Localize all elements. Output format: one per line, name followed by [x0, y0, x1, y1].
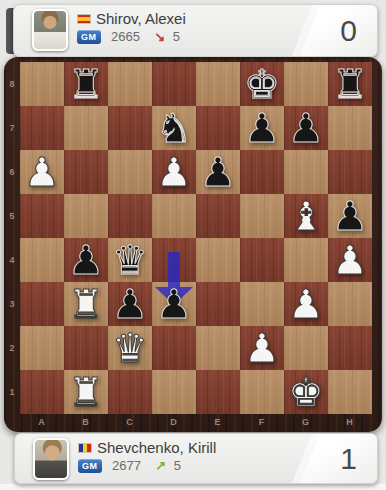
cell-b4: ♟ [64, 238, 108, 282]
player-rating-top: 2665 [111, 30, 140, 44]
cell-d4 [152, 238, 196, 282]
cell-f4 [240, 238, 284, 282]
broadcast-game-view: { "game": "chess", "players": { "top": {… [0, 0, 386, 490]
piece-white-rook[interactable]: ♜ [64, 282, 108, 326]
rating-trend-down-icon: ↘ [154, 30, 165, 44]
player-rating-row-top: GM 2665 ↘ 5 [77, 30, 180, 46]
file-label-a: A [20, 415, 64, 429]
rating-trend-up-icon: ↗ [155, 459, 166, 473]
piece-black-pawn[interactable]: ♟ [284, 106, 328, 150]
cell-b1: ♜ [64, 370, 108, 414]
rank-label-1: 1 [4, 370, 20, 414]
file-labels: ABCDEFGH [20, 415, 372, 429]
cell-d3: ♟ [152, 282, 196, 326]
cell-e5 [196, 194, 240, 238]
cell-e2 [196, 326, 240, 370]
cell-b5 [64, 194, 108, 238]
cell-f2: ♟ [240, 326, 284, 370]
cell-f6 [240, 150, 284, 194]
cell-e3 [196, 282, 240, 326]
cell-a1 [20, 370, 64, 414]
cell-h2 [328, 326, 372, 370]
piece-black-pawn[interactable]: ♟ [196, 150, 240, 194]
rating-change-top: 5 [173, 30, 180, 44]
piece-black-king[interactable]: ♚ [240, 62, 284, 106]
player-score-bottom: 1 [340, 434, 357, 483]
cell-e7 [196, 106, 240, 150]
cell-a7 [20, 106, 64, 150]
rank-label-8: 8 [4, 62, 20, 106]
file-label-f: F [240, 415, 284, 429]
cell-d6: ♟ [152, 150, 196, 194]
player-bar-top: Shirov, Alexei GM 2665 ↘ 5 0 [13, 4, 378, 57]
cell-f5 [240, 194, 284, 238]
rank-label-5: 5 [4, 194, 20, 238]
cell-b2 [64, 326, 108, 370]
piece-white-pawn[interactable]: ♟ [152, 150, 196, 194]
romania-flag-icon [78, 443, 92, 453]
piece-black-pawn[interactable]: ♟ [328, 194, 372, 238]
cell-b3: ♜ [64, 282, 108, 326]
cell-a4 [20, 238, 64, 282]
cell-c4: ♛ [108, 238, 152, 282]
piece-black-knight[interactable]: ♞ [152, 106, 196, 150]
file-label-c: C [108, 415, 152, 429]
cell-c8 [108, 62, 152, 106]
cell-f7: ♟ [240, 106, 284, 150]
player-name-top: Shirov, Alexei [96, 10, 186, 27]
cell-c7 [108, 106, 152, 150]
file-label-b: B [64, 415, 108, 429]
cell-g4 [284, 238, 328, 282]
cell-f8: ♚ [240, 62, 284, 106]
rank-label-4: 4 [4, 238, 20, 282]
piece-white-pawn[interactable]: ♟ [20, 150, 64, 194]
spain-flag-icon [77, 14, 91, 24]
cell-d2 [152, 326, 196, 370]
piece-white-king[interactable]: ♚ [284, 370, 328, 414]
piece-white-pawn[interactable]: ♟ [284, 282, 328, 326]
cell-f1 [240, 370, 284, 414]
cell-e4 [196, 238, 240, 282]
piece-white-rook[interactable]: ♜ [64, 370, 108, 414]
cell-e6: ♟ [196, 150, 240, 194]
piece-black-pawn[interactable]: ♟ [240, 106, 284, 150]
piece-black-pawn[interactable]: ♟ [64, 238, 108, 282]
cell-b6 [64, 150, 108, 194]
cell-c6 [108, 150, 152, 194]
piece-black-queen[interactable]: ♛ [108, 238, 152, 282]
pieces-layer: ♜♚♜♞♟♟♟♟♟♝♟♟♛♟♜♟♟♟♛♟♜♚ [20, 62, 372, 414]
cell-g8 [284, 62, 328, 106]
cell-g2 [284, 326, 328, 370]
rank-label-6: 6 [4, 150, 20, 194]
file-label-h: H [328, 415, 372, 429]
file-label-e: E [196, 415, 240, 429]
cell-h4: ♟ [328, 238, 372, 282]
cell-h7 [328, 106, 372, 150]
piece-white-pawn[interactable]: ♟ [328, 238, 372, 282]
piece-white-bishop[interactable]: ♝ [284, 194, 328, 238]
cell-d7: ♞ [152, 106, 196, 150]
page-bottom-strip [0, 484, 386, 490]
piece-black-rook[interactable]: ♜ [64, 62, 108, 106]
piece-white-pawn[interactable]: ♟ [240, 326, 284, 370]
player-bar-bottom: Shevchenko, Kirill GM 2677 ↗ 5 1 [14, 433, 378, 484]
cell-h8: ♜ [328, 62, 372, 106]
file-label-d: D [152, 415, 196, 429]
cell-c5 [108, 194, 152, 238]
piece-black-pawn[interactable]: ♟ [152, 282, 196, 326]
chess-board[interactable]: 87654321 ♜♚♜♞♟♟♟♟♟♝♟♟♛♟♜♟♟♟♛♟♜♚ ABCDEFGH [4, 57, 382, 432]
file-label-g: G [284, 415, 328, 429]
score-wrap-bottom: 1 [291, 434, 377, 483]
cell-d1 [152, 370, 196, 414]
cell-b7 [64, 106, 108, 150]
rank-label-7: 7 [4, 106, 20, 150]
gm-title-badge: GM [78, 459, 102, 473]
cell-c2: ♛ [108, 326, 152, 370]
cell-d8 [152, 62, 196, 106]
cell-f3 [240, 282, 284, 326]
piece-black-pawn[interactable]: ♟ [108, 282, 152, 326]
piece-black-rook[interactable]: ♜ [328, 62, 372, 106]
cell-g3: ♟ [284, 282, 328, 326]
cell-d5 [152, 194, 196, 238]
cell-h6 [328, 150, 372, 194]
cell-a6: ♟ [20, 150, 64, 194]
gm-title-badge: GM [77, 30, 101, 44]
cell-c3: ♟ [108, 282, 152, 326]
rank-label-3: 3 [4, 282, 20, 326]
player-avatar-top [32, 9, 68, 51]
rating-change-bottom: 5 [174, 459, 181, 473]
cell-e8 [196, 62, 240, 106]
cell-e1 [196, 370, 240, 414]
cell-a2 [20, 326, 64, 370]
cell-a5 [20, 194, 64, 238]
cell-a3 [20, 282, 64, 326]
piece-white-queen[interactable]: ♛ [108, 326, 152, 370]
cell-h5: ♟ [328, 194, 372, 238]
rank-label-2: 2 [4, 326, 20, 370]
cell-g6 [284, 150, 328, 194]
cell-h3 [328, 282, 372, 326]
cell-g5: ♝ [284, 194, 328, 238]
cell-h1 [328, 370, 372, 414]
cell-b8: ♜ [64, 62, 108, 106]
cell-g1: ♚ [284, 370, 328, 414]
player-name-bottom: Shevchenko, Kirill [97, 439, 216, 456]
cell-a8 [20, 62, 64, 106]
player-avatar-bottom [33, 438, 69, 480]
player-rating-row-bottom: GM 2677 ↗ 5 [78, 459, 181, 475]
score-wrap-top: 0 [291, 5, 377, 56]
cell-g7: ♟ [284, 106, 328, 150]
cell-c1 [108, 370, 152, 414]
player-score-top: 0 [340, 5, 357, 56]
player-rating-bottom: 2677 [112, 459, 141, 473]
rank-labels: 87654321 [4, 62, 20, 414]
